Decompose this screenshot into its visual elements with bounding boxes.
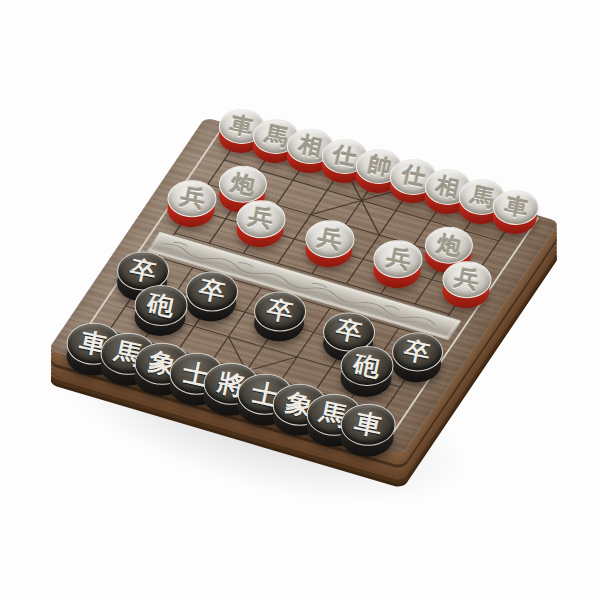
piece-character: 仕 — [400, 164, 427, 189]
piece-character: 砲 — [351, 352, 382, 381]
piece-character: 卒 — [334, 317, 364, 346]
piece-character: 馬 — [263, 124, 290, 149]
piece-character: 兵 — [384, 246, 413, 273]
piece-face: 砲 — [134, 285, 187, 325]
piece-character: 兵 — [453, 266, 482, 293]
piece-face: 車 — [341, 404, 396, 446]
piece-character: 兵 — [315, 226, 344, 253]
piece-face: 卒 — [186, 272, 238, 312]
piece-black-soldier[interactable]: 卒 — [186, 272, 236, 323]
piece-character: 兵 — [247, 205, 276, 232]
piece-character: 車 — [503, 194, 530, 219]
piece-character: 卒 — [265, 297, 295, 326]
piece-face: 兵 — [168, 180, 217, 218]
piece-character: 砲 — [145, 291, 176, 320]
piece-red-soldier[interactable]: 兵 — [236, 200, 283, 248]
piece-character: 車 — [352, 409, 384, 439]
piece-red-soldier[interactable]: 兵 — [374, 241, 421, 289]
piece-red-chariot[interactable]: 車 — [493, 190, 537, 235]
piece-character: 卒 — [402, 338, 432, 367]
piece-face: 砲 — [340, 346, 393, 386]
piece-face: 卒 — [254, 292, 306, 332]
piece-face: 炮 — [219, 166, 267, 203]
piece-character: 炮 — [435, 232, 463, 259]
piece-character: 車 — [228, 113, 255, 138]
piece-black-cannon[interactable]: 砲 — [340, 346, 391, 398]
piece-character: 相 — [297, 134, 324, 159]
piece-face: 兵 — [442, 261, 491, 299]
piece-face: 兵 — [236, 200, 285, 238]
piece-black-cannon[interactable]: 砲 — [134, 285, 185, 337]
piece-character: 炮 — [229, 171, 257, 198]
piece-black-chariot[interactable]: 車 — [341, 404, 394, 458]
piece-black-soldier[interactable]: 卒 — [254, 292, 304, 343]
piece-face: 兵 — [305, 220, 354, 258]
piece-black-soldier[interactable]: 卒 — [392, 332, 442, 383]
piece-red-soldier[interactable]: 兵 — [168, 180, 215, 228]
piece-character: 相 — [434, 174, 461, 199]
piece-face: 兵 — [374, 241, 423, 279]
pieces-layer: 車馬相仕帥仕相馬車炮炮兵兵兵兵兵卒卒卒卒卒砲砲車馬象士將士象馬車 — [0, 0, 600, 600]
piece-character: 帥 — [366, 154, 393, 179]
xiangqi-board-photo: 車馬相仕帥仕相馬車炮炮兵兵兵兵兵卒卒卒卒卒砲砲車馬象士將士象馬車 — [0, 0, 600, 600]
piece-red-soldier[interactable]: 兵 — [442, 261, 489, 309]
piece-character: 卒 — [196, 277, 226, 306]
piece-face: 卒 — [392, 332, 444, 372]
piece-character: 仕 — [331, 144, 358, 169]
piece-character: 卒 — [128, 257, 158, 286]
piece-red-soldier[interactable]: 兵 — [305, 220, 352, 268]
piece-face: 炮 — [425, 227, 473, 264]
piece-character: 兵 — [178, 185, 207, 212]
piece-character: 馬 — [468, 184, 495, 209]
